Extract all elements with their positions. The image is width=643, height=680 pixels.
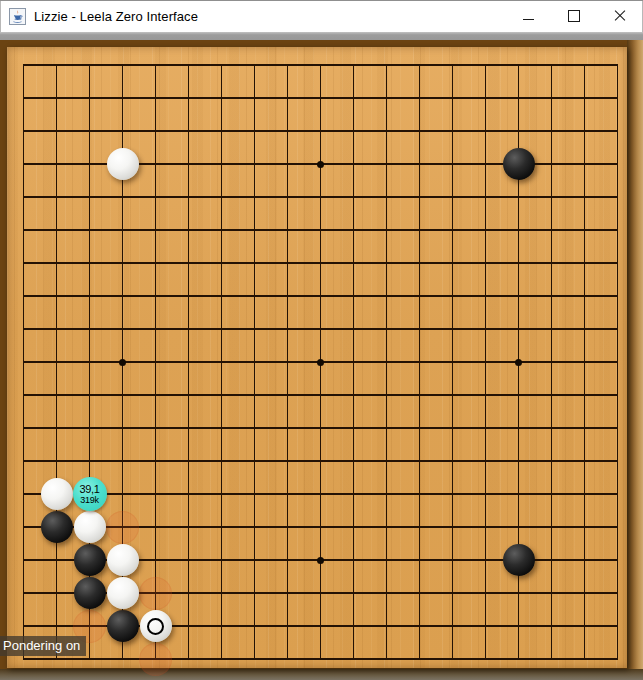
window-title: Lizzie - Leela Zero Interface [34, 9, 198, 24]
grid-line-h [23, 460, 619, 462]
white-stone[interactable] [140, 610, 172, 642]
white-stone[interactable] [74, 511, 106, 543]
board-bottom-edge [0, 669, 643, 680]
lizzie-window: Lizzie - Leela Zero Interface 39,1 319k [0, 0, 643, 680]
candidate-move-D5[interactable] [106, 511, 139, 544]
window-titlebar[interactable]: Lizzie - Leela Zero Interface [0, 0, 643, 32]
black-stone[interactable] [41, 511, 73, 543]
goban[interactable]: 39,1 319k Pondering on [0, 40, 643, 680]
black-stone[interactable] [503, 148, 535, 180]
star-point [317, 557, 324, 564]
grid-line-v [584, 64, 586, 660]
best-move-winrate: 39,1 [79, 484, 99, 495]
white-stone[interactable] [107, 544, 139, 576]
white-stone[interactable] [41, 478, 73, 510]
pondering-status: Pondering on [0, 636, 86, 656]
star-point [317, 161, 324, 168]
window-inner-edge [0, 32, 643, 40]
minimize-button[interactable] [505, 0, 551, 32]
maximize-icon [568, 10, 580, 22]
close-button[interactable] [597, 0, 643, 32]
black-stone[interactable] [503, 544, 535, 576]
best-move-visits: 319k [80, 495, 98, 505]
grid-line-h [23, 427, 619, 429]
star-point [515, 359, 522, 366]
star-point [317, 359, 324, 366]
grid-line-v [485, 64, 487, 660]
grid-line-h [23, 493, 619, 495]
board-face [7, 47, 627, 668]
grid-line-h [23, 394, 619, 396]
grid-line-v [617, 64, 619, 660]
grid-line-v [452, 64, 454, 660]
black-stone[interactable] [107, 610, 139, 642]
candidate-move-E1[interactable] [139, 643, 172, 676]
minimize-icon [523, 19, 534, 20]
best-move-suggestion[interactable]: 39,1 319k [73, 477, 107, 511]
grid-line-h [23, 658, 619, 660]
grid-line-v [353, 64, 355, 660]
grid-line-v [386, 64, 388, 660]
black-stone[interactable] [74, 577, 106, 609]
grid-line-v [419, 64, 421, 660]
white-stone[interactable] [107, 577, 139, 609]
candidate-move-E3[interactable] [139, 577, 172, 610]
white-stone[interactable] [107, 148, 139, 180]
window-controls [505, 0, 643, 32]
java-coffee-cup-icon [9, 8, 26, 25]
black-stone[interactable] [74, 544, 106, 576]
board-side-edge [627, 40, 643, 680]
last-move-marker [147, 618, 164, 635]
star-point [119, 359, 126, 366]
grid-line-v [551, 64, 553, 660]
maximize-button[interactable] [551, 0, 597, 32]
